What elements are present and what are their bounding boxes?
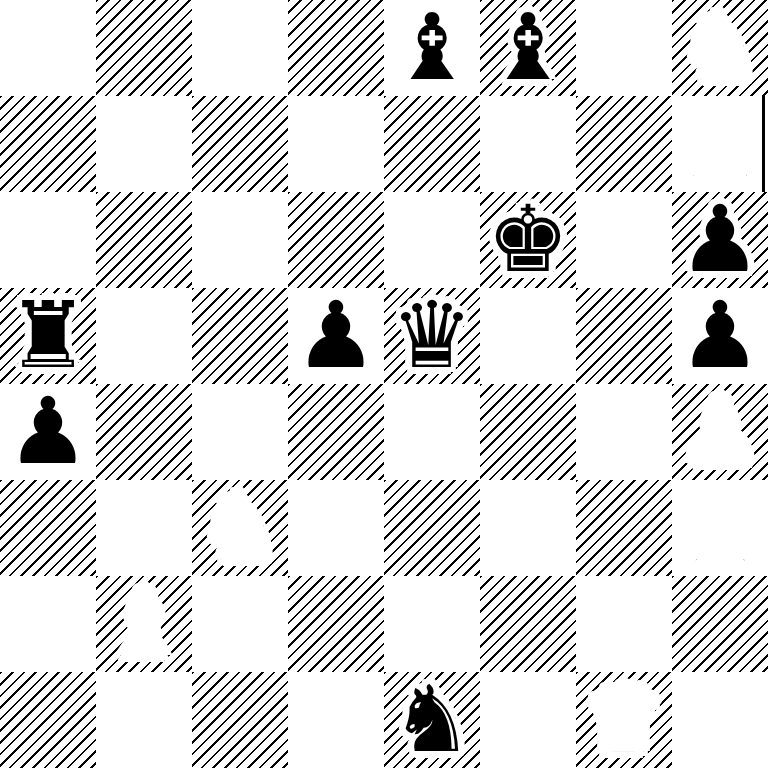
piece-white-knight[interactable]: ♞	[679, 0, 761, 96]
square-c2[interactable]	[192, 576, 288, 672]
square-g7[interactable]	[576, 96, 672, 192]
square-g3[interactable]	[576, 480, 672, 576]
piece-white-knight[interactable]: ♞	[199, 480, 281, 576]
square-f2[interactable]	[480, 576, 576, 672]
board-right-edge-line	[762, 96, 765, 192]
square-d5[interactable]: ♟	[288, 288, 384, 384]
square-a6[interactable]	[0, 192, 96, 288]
square-e4[interactable]: ♟	[384, 384, 480, 480]
square-a7[interactable]	[0, 96, 96, 192]
square-a5[interactable]: ♜	[0, 288, 96, 384]
piece-white-rook[interactable]: ♜	[679, 96, 761, 192]
square-h4[interactable]: ♟	[672, 384, 768, 480]
piece-white-pawn[interactable]: ♟	[679, 384, 761, 480]
piece-black-knight[interactable]: ♞	[391, 672, 473, 768]
square-c7[interactable]	[192, 96, 288, 192]
square-d7[interactable]	[288, 96, 384, 192]
square-f5[interactable]	[480, 288, 576, 384]
square-b8[interactable]	[96, 0, 192, 96]
square-e2[interactable]	[384, 576, 480, 672]
piece-black-pawn[interactable]: ♟	[295, 288, 377, 384]
piece-white-king[interactable]: ♚	[295, 672, 377, 768]
square-h8[interactable]: ♞	[672, 0, 768, 96]
square-h6[interactable]: ♟	[672, 192, 768, 288]
square-c4[interactable]	[192, 384, 288, 480]
square-d2[interactable]	[288, 576, 384, 672]
square-f1[interactable]	[480, 672, 576, 768]
piece-white-bishop[interactable]: ♝	[103, 576, 185, 672]
square-c5[interactable]	[192, 288, 288, 384]
square-h1[interactable]	[672, 672, 768, 768]
piece-black-rook[interactable]: ♜	[7, 288, 89, 384]
square-b6[interactable]	[96, 192, 192, 288]
piece-black-king[interactable]: ♚	[487, 192, 569, 288]
square-a1[interactable]	[0, 672, 96, 768]
square-g5[interactable]	[576, 288, 672, 384]
square-e6[interactable]	[384, 192, 480, 288]
square-c8[interactable]	[192, 0, 288, 96]
square-g2[interactable]	[576, 576, 672, 672]
chess-board: ♝♝♞♜♚♟♜♟♛♟♟♟♟♞♝♝♚♞♛	[0, 0, 768, 768]
square-b2[interactable]: ♝	[96, 576, 192, 672]
square-f7[interactable]	[480, 96, 576, 192]
square-d1[interactable]: ♚	[288, 672, 384, 768]
square-g6[interactable]	[576, 192, 672, 288]
square-g4[interactable]	[576, 384, 672, 480]
square-g1[interactable]: ♛	[576, 672, 672, 768]
square-b5[interactable]	[96, 288, 192, 384]
square-a2[interactable]	[0, 576, 96, 672]
square-e7[interactable]	[384, 96, 480, 192]
piece-black-bishop[interactable]: ♝	[391, 0, 473, 96]
square-f6[interactable]: ♚	[480, 192, 576, 288]
square-f4[interactable]	[480, 384, 576, 480]
square-h3[interactable]: ♝	[672, 480, 768, 576]
piece-black-bishop[interactable]: ♝	[487, 0, 569, 96]
square-f3[interactable]	[480, 480, 576, 576]
piece-black-pawn[interactable]: ♟	[679, 288, 761, 384]
square-g8[interactable]	[576, 0, 672, 96]
piece-white-bishop[interactable]: ♝	[679, 480, 761, 576]
square-b4[interactable]	[96, 384, 192, 480]
square-c6[interactable]	[192, 192, 288, 288]
square-d6[interactable]	[288, 192, 384, 288]
square-d8[interactable]	[288, 0, 384, 96]
square-b7[interactable]	[96, 96, 192, 192]
square-h7[interactable]: ♜	[672, 96, 768, 192]
square-e8[interactable]: ♝	[384, 0, 480, 96]
square-d4[interactable]	[288, 384, 384, 480]
square-e1[interactable]: ♞	[384, 672, 480, 768]
square-e3[interactable]	[384, 480, 480, 576]
square-h2[interactable]	[672, 576, 768, 672]
piece-black-pawn[interactable]: ♟	[7, 384, 89, 480]
square-c3[interactable]: ♞	[192, 480, 288, 576]
piece-black-queen[interactable]: ♛	[391, 288, 473, 384]
square-c1[interactable]	[192, 672, 288, 768]
square-f8[interactable]: ♝	[480, 0, 576, 96]
square-a8[interactable]	[0, 0, 96, 96]
piece-white-pawn[interactable]: ♟	[391, 384, 473, 480]
square-a3[interactable]	[0, 480, 96, 576]
square-e5[interactable]: ♛	[384, 288, 480, 384]
square-d3[interactable]	[288, 480, 384, 576]
piece-white-queen[interactable]: ♛	[583, 672, 665, 768]
square-h5[interactable]: ♟	[672, 288, 768, 384]
square-b1[interactable]	[96, 672, 192, 768]
square-b3[interactable]	[96, 480, 192, 576]
square-a4[interactable]: ♟	[0, 384, 96, 480]
piece-black-pawn[interactable]: ♟	[679, 192, 761, 288]
